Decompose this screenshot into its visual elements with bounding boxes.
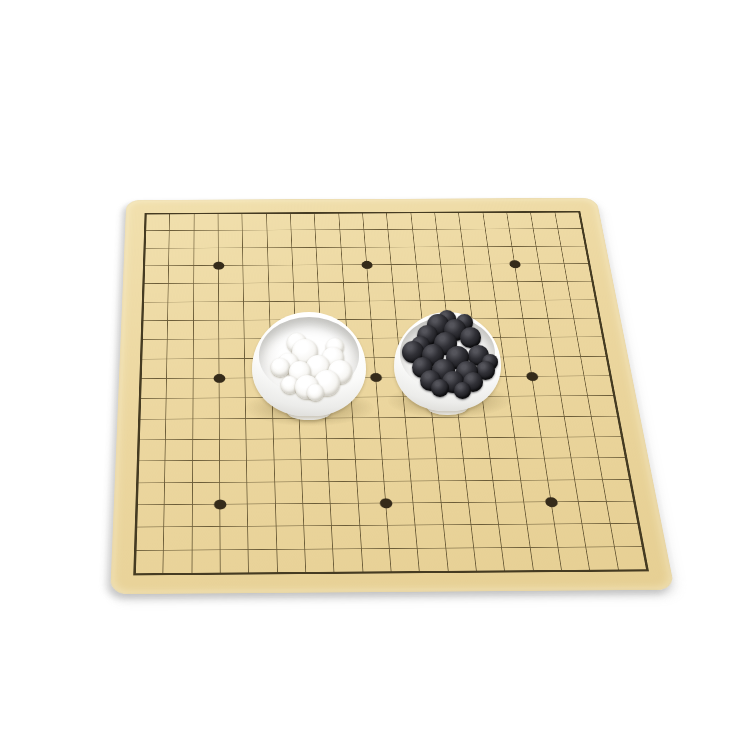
board-cell[interactable] [571,300,600,319]
board-cell[interactable] [219,283,244,301]
board-cell[interactable] [530,547,562,571]
board-cell[interactable] [220,482,248,504]
board-cell[interactable] [392,265,419,283]
board-cell[interactable] [364,230,390,247]
board-cell[interactable] [220,419,247,440]
board-cell[interactable] [510,229,537,246]
board-cell[interactable] [521,300,549,319]
board-cell[interactable] [439,481,469,503]
board-cell[interactable] [567,282,595,300]
goban-grid [135,212,647,574]
board-cell[interactable] [354,439,383,460]
board-cell[interactable] [540,264,568,282]
board-cell[interactable] [219,378,246,398]
board-cell[interactable] [393,283,420,301]
board-cell[interactable] [534,229,561,246]
board-cell[interactable] [192,550,221,574]
board-cell[interactable] [218,214,242,231]
board-cell[interactable] [459,212,485,229]
board-cell[interactable] [577,337,606,356]
board-cell[interactable] [527,525,558,548]
white-stone[interactable] [271,358,290,377]
board-cell[interactable] [418,282,445,300]
board-cell[interactable] [166,440,193,461]
board-cell[interactable] [390,247,416,265]
board-cell[interactable] [466,481,496,503]
board-cell[interactable] [490,264,517,282]
board-cell[interactable] [411,213,437,230]
board-cell[interactable] [474,548,505,572]
board-cell[interactable] [599,458,630,480]
board-cell[interactable] [538,417,568,438]
board-cell[interactable] [444,525,475,548]
board-cell[interactable] [461,229,488,246]
board-cell[interactable] [243,248,268,266]
board-cell[interactable] [164,550,193,574]
board-cell[interactable] [275,482,303,504]
board-cell[interactable] [575,480,606,502]
board-cell[interactable] [493,282,521,300]
board-cell[interactable] [166,399,193,420]
board-cell[interactable] [416,525,446,548]
board-cell[interactable] [194,321,220,340]
board-cell[interactable] [248,527,277,550]
board-cell[interactable] [164,527,192,550]
board-cell[interactable] [244,283,270,301]
board-cell[interactable] [555,212,582,229]
board-cell[interactable] [461,438,491,459]
board-cell[interactable] [276,526,305,549]
board-cell[interactable] [344,283,370,301]
board-cell[interactable] [293,265,319,283]
board-cell[interactable] [276,504,305,527]
board-cell[interactable] [558,547,590,571]
board-cell[interactable] [267,213,292,230]
board-cell[interactable] [518,282,546,300]
board-cell[interactable] [491,459,521,481]
board-cell[interactable] [170,231,195,248]
white-stones-bowl[interactable] [252,312,366,416]
board-cell[interactable] [169,266,194,284]
board-cell[interactable] [219,266,244,284]
board-cell[interactable] [268,265,293,283]
board-cell[interactable] [141,359,168,379]
board-cell[interactable] [551,502,582,525]
board-cell[interactable] [512,417,542,438]
board-cell[interactable] [410,459,439,481]
board-cell[interactable] [574,318,603,337]
board-cell[interactable] [193,461,220,483]
board-cell[interactable] [219,339,245,358]
board-cell[interactable] [193,339,219,358]
board-cell[interactable] [588,396,618,416]
board-cell[interactable] [463,247,490,265]
board-cell[interactable] [330,482,359,504]
board-cell[interactable] [193,398,220,419]
board-cell[interactable] [193,378,219,398]
board-cell[interactable] [220,398,247,419]
board-cell[interactable] [535,396,565,416]
board-cell[interactable] [243,213,268,230]
board-cell[interactable] [136,505,164,528]
board-cell[interactable] [501,338,529,357]
board-cell[interactable] [583,524,615,547]
board-cell[interactable] [167,379,194,399]
board-cell[interactable] [218,231,243,248]
board-cell[interactable] [439,247,466,265]
board-cell[interactable] [316,230,341,247]
board-cell[interactable] [437,230,463,247]
board-cell[interactable] [388,526,418,549]
board-cell[interactable] [269,283,295,301]
board-cell[interactable] [581,356,610,376]
board-cell[interactable] [414,503,444,526]
board-cell[interactable] [555,524,587,547]
board-cell[interactable] [485,417,514,438]
board-cell[interactable] [561,246,589,264]
board-cell[interactable] [358,503,387,526]
board-cell[interactable] [366,247,392,265]
board-cell[interactable] [367,265,393,283]
board-cell[interactable] [435,438,464,459]
board-cell[interactable] [168,321,194,340]
board-cell[interactable] [170,214,194,231]
board-cell[interactable] [387,213,413,230]
board-cell[interactable] [315,213,340,230]
board-cell[interactable] [249,549,278,573]
board-cell[interactable] [370,301,397,320]
board-cell[interactable] [552,337,581,356]
white-stone[interactable] [307,384,324,401]
board-cell[interactable] [610,524,642,547]
board-cell[interactable] [303,504,332,527]
board-cell[interactable] [389,230,415,247]
board-cell[interactable] [572,458,603,480]
go-board [135,212,647,574]
board-cell[interactable] [219,359,245,379]
board-cell[interactable] [408,438,437,459]
board-cell[interactable] [302,482,331,504]
board-cell[interactable] [441,264,468,282]
board-cell[interactable] [328,460,357,482]
board-cell[interactable] [413,230,439,247]
board-cell[interactable] [220,461,248,483]
board-cell[interactable] [466,264,493,282]
board-cell[interactable] [135,550,164,574]
board-cell[interactable] [220,550,249,574]
board-cell[interactable] [140,379,167,399]
board-cell[interactable] [194,284,219,302]
board-cell[interactable] [499,525,530,548]
board-cell[interactable] [353,418,381,439]
board-cell[interactable] [363,213,389,230]
board-cell[interactable] [488,247,515,265]
board-cell[interactable] [138,440,166,461]
board-cell[interactable] [485,229,512,246]
board-cell[interactable] [169,248,194,266]
board-cell[interactable] [568,437,598,458]
board-cell[interactable] [437,459,467,481]
board-cell[interactable] [247,460,275,482]
board-cell[interactable] [274,439,302,460]
board-cell[interactable] [379,418,407,439]
board-cell[interactable] [219,320,245,339]
board-cell[interactable] [512,246,539,264]
board-cell[interactable] [220,527,248,550]
board-cell[interactable] [502,548,533,572]
board-cell[interactable] [518,459,548,481]
board-cell[interactable] [555,357,584,377]
board-cell[interactable] [292,248,317,266]
board-cell[interactable] [537,246,565,264]
board-cell[interactable] [145,231,170,248]
black-stones-pile [394,312,501,411]
board-cell[interactable] [167,359,193,379]
board-cell[interactable] [586,547,618,571]
white-stones-pile [252,312,366,416]
board-cell[interactable] [220,504,248,527]
board-cell[interactable] [532,376,561,396]
board-cell[interactable] [521,480,552,502]
board-cell[interactable] [529,357,558,377]
board-cell[interactable] [333,549,363,573]
board-cell[interactable] [415,247,441,265]
board-cell[interactable] [194,302,219,321]
board-cell[interactable] [579,502,610,525]
board-cell[interactable] [595,437,626,458]
board-cell[interactable] [192,527,220,550]
board-cell[interactable] [243,265,268,283]
board-cell[interactable] [142,340,168,359]
board-cell[interactable] [140,399,167,420]
board-cell[interactable] [305,549,334,573]
board-cell[interactable] [194,214,218,231]
board-cell[interactable] [507,212,534,229]
board-cell[interactable] [318,265,344,283]
board-cell[interactable] [418,548,449,572]
board-cell[interactable] [291,230,316,247]
board-cell[interactable] [558,229,585,246]
board-cell[interactable] [443,282,470,300]
board-cell[interactable] [267,230,292,247]
board-cell[interactable] [523,319,551,338]
board-cell[interactable] [509,396,538,416]
board-cell[interactable] [193,440,220,461]
board-cell[interactable] [356,460,385,482]
board-cell[interactable] [483,212,510,229]
board-cell[interactable] [591,416,621,437]
board-cell[interactable] [459,417,488,438]
board-cell[interactable] [247,482,275,504]
board-cell[interactable] [144,266,169,284]
board-cell[interactable] [446,548,477,572]
board-cell[interactable] [464,459,494,481]
board-cell[interactable] [357,481,386,503]
board-cell[interactable] [546,300,574,319]
board-cell[interactable] [168,302,194,321]
board-cell[interactable] [381,438,410,459]
board-cell[interactable] [558,376,588,396]
board-cell[interactable] [496,502,527,525]
board-cell[interactable] [268,248,293,266]
board-cell[interactable] [468,282,495,300]
board-cell[interactable] [615,547,647,570]
board-cell[interactable] [137,483,165,505]
board-cell[interactable] [319,283,345,301]
board-cell[interactable] [165,461,193,483]
board-cell[interactable] [435,213,461,230]
board-cell[interactable] [390,548,420,572]
board-cell[interactable] [542,437,572,458]
go-set-product-photo [0,0,750,750]
board-cell[interactable] [277,549,306,573]
board-cell[interactable] [301,460,329,482]
board-cell[interactable] [219,248,244,266]
board-cell[interactable] [606,502,638,525]
board-cell[interactable] [164,505,192,528]
board-cell[interactable] [360,526,390,549]
board-cell[interactable] [549,319,578,338]
board-cell[interactable] [248,504,276,527]
board-cell[interactable] [142,321,168,340]
board-cell[interactable] [144,248,169,266]
board-cell[interactable] [247,439,275,460]
board-cell[interactable] [291,213,316,230]
board-cell[interactable] [526,338,555,357]
board-cell[interactable] [498,319,526,338]
board-cell[interactable] [194,248,219,266]
board-cell[interactable] [565,416,595,437]
board-cell[interactable] [368,283,395,301]
board-cell[interactable] [412,481,442,503]
board-cell[interactable] [317,247,343,265]
board-cell[interactable] [494,480,524,502]
board-cell[interactable] [543,282,571,300]
board-cell[interactable] [220,439,247,460]
board-cell[interactable] [341,247,367,265]
board-cell[interactable] [524,502,555,525]
board-cell[interactable] [274,460,302,482]
board-cell[interactable] [300,439,328,460]
board-cell[interactable] [603,480,634,502]
board-cell[interactable] [469,503,499,526]
board-cell[interactable] [503,357,532,377]
black-stones-bowl[interactable] [394,312,501,411]
board-cell[interactable] [192,505,220,528]
board-cell[interactable] [294,283,320,301]
board-cell[interactable] [506,377,535,397]
board-cell[interactable] [138,461,166,483]
board-cell[interactable] [416,265,443,283]
board-cell[interactable] [139,419,166,440]
board-cell[interactable] [332,526,361,549]
board-cell[interactable] [384,481,413,503]
board-cell[interactable] [340,230,366,247]
board-cell[interactable] [564,264,592,282]
board-cell[interactable] [145,214,170,231]
board-cell[interactable] [339,213,364,230]
board-cell[interactable] [383,460,412,482]
board-cell[interactable] [143,302,169,321]
board-cell[interactable] [342,265,368,283]
board-cell[interactable] [432,417,461,438]
board-cell[interactable] [169,284,194,302]
board-cell[interactable] [193,419,220,440]
board-cell[interactable] [488,438,518,459]
board-cell[interactable] [167,340,193,359]
board-cell[interactable] [515,438,545,459]
board-cell[interactable] [548,480,579,502]
board-cell[interactable] [165,483,193,505]
board-cell[interactable] [362,549,392,573]
board-cell[interactable] [471,525,502,548]
board-cell[interactable] [243,230,268,247]
board-cell[interactable] [219,302,245,321]
board-cell[interactable] [194,266,219,284]
board-cell[interactable] [584,376,614,396]
black-stone[interactable] [454,382,471,399]
board-cell[interactable] [193,482,221,504]
board-cell[interactable] [441,503,471,526]
board-cell[interactable] [545,458,576,480]
board-cell[interactable] [193,359,219,379]
board-cell[interactable] [562,396,592,416]
board-cell[interactable] [194,231,219,248]
board-cell[interactable] [304,526,333,549]
black-stone[interactable] [431,379,449,397]
board-cell[interactable] [515,264,543,282]
board-cell[interactable] [406,417,435,438]
board-cell[interactable] [331,504,360,527]
board-cell[interactable] [136,527,165,550]
board-cell[interactable] [386,503,416,526]
board-cell[interactable] [143,284,169,302]
board-cell[interactable] [166,419,193,440]
board-cell[interactable] [531,212,558,229]
board-cell[interactable] [327,439,355,460]
